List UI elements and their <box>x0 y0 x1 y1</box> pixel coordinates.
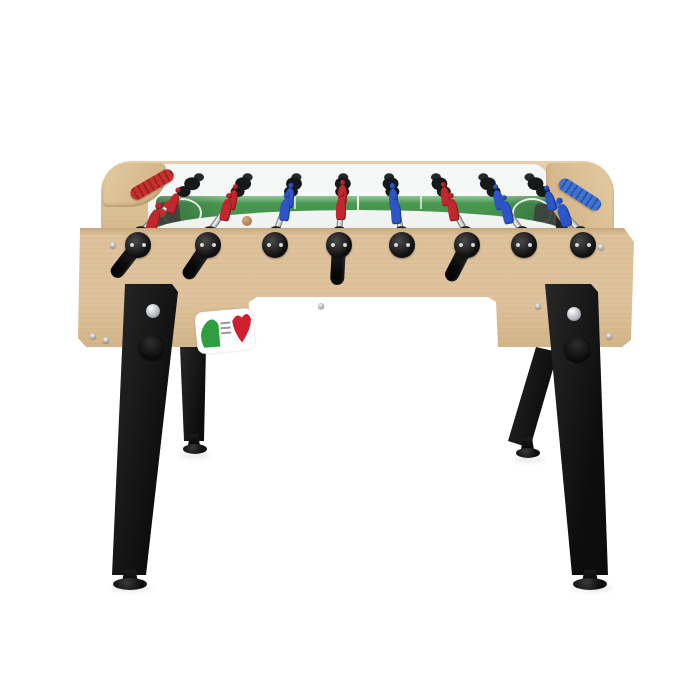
italy-flag-icon <box>194 308 255 355</box>
apron-screw <box>598 244 604 250</box>
apron-screw <box>103 337 109 343</box>
score-slider-blue[interactable] <box>556 176 603 213</box>
front-right-foot-base[interactable] <box>573 578 607 590</box>
front-left-foot-base[interactable] <box>113 578 147 590</box>
apron-screw <box>318 303 324 309</box>
leg-bolt <box>567 307 581 321</box>
score-slider-red[interactable] <box>128 167 176 202</box>
foosball-table-photo: Product photo of a free-standing foosbal… <box>0 0 700 700</box>
rear-right-foot-base[interactable] <box>516 448 540 458</box>
leg-bolt <box>146 304 160 318</box>
leg-clamp-knob[interactable] <box>564 338 590 362</box>
made-in-italy-logo <box>194 308 255 355</box>
rear-left-foot-base[interactable] <box>183 444 207 454</box>
apron-screw <box>535 303 541 309</box>
apron-screw <box>606 333 612 339</box>
apron-screw <box>110 242 116 248</box>
apron-screw <box>90 333 96 339</box>
leg-clamp-knob[interactable] <box>138 336 164 360</box>
